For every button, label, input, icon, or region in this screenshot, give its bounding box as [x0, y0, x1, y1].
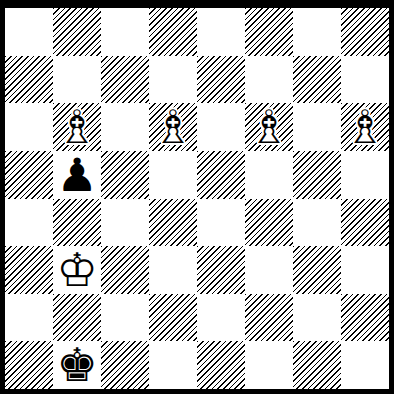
square-e5[interactable]: [197, 151, 245, 199]
square-d6[interactable]: ♝♗: [149, 103, 197, 151]
square-c6[interactable]: [101, 103, 149, 151]
square-a3[interactable]: [5, 246, 53, 294]
square-d4[interactable]: [149, 199, 197, 247]
square-h1[interactable]: [341, 341, 389, 389]
square-a4[interactable]: [5, 199, 53, 247]
square-h6[interactable]: ♝♗: [341, 103, 389, 151]
square-f1[interactable]: [245, 341, 293, 389]
square-a2[interactable]: [5, 294, 53, 342]
white-bishop-icon: ♗: [149, 103, 197, 151]
square-g8[interactable]: [293, 8, 341, 56]
square-a8[interactable]: [5, 8, 53, 56]
square-f7[interactable]: [245, 56, 293, 104]
chess-board-frame: ♝♗♝♗♝♗♝♗♟♟♚♔♚♚: [0, 0, 394, 394]
square-f2[interactable]: [245, 294, 293, 342]
white-bishop-icon: ♗: [245, 103, 293, 151]
square-b1[interactable]: ♚♚: [53, 341, 101, 389]
square-g2[interactable]: [293, 294, 341, 342]
square-b7[interactable]: [53, 56, 101, 104]
square-b3[interactable]: ♚♔: [53, 246, 101, 294]
square-b8[interactable]: [53, 8, 101, 56]
square-e7[interactable]: [197, 56, 245, 104]
square-g5[interactable]: [293, 151, 341, 199]
square-d1[interactable]: [149, 341, 197, 389]
square-c1[interactable]: [101, 341, 149, 389]
chess-board: ♝♗♝♗♝♗♝♗♟♟♚♔♚♚: [5, 8, 389, 389]
square-h5[interactable]: [341, 151, 389, 199]
square-g3[interactable]: [293, 246, 341, 294]
piece-white-bishop-h6[interactable]: ♝♗: [341, 103, 389, 151]
piece-white-bishop-d6[interactable]: ♝♗: [149, 103, 197, 151]
square-e6[interactable]: [197, 103, 245, 151]
square-h2[interactable]: [341, 294, 389, 342]
square-d3[interactable]: [149, 246, 197, 294]
square-d8[interactable]: [149, 8, 197, 56]
square-b2[interactable]: [53, 294, 101, 342]
square-f5[interactable]: [245, 151, 293, 199]
square-h7[interactable]: [341, 56, 389, 104]
square-e3[interactable]: [197, 246, 245, 294]
piece-white-bishop-f6[interactable]: ♝♗: [245, 103, 293, 151]
white-king-icon: ♔: [53, 246, 101, 294]
square-b5[interactable]: ♟♟: [53, 151, 101, 199]
square-f8[interactable]: [245, 8, 293, 56]
square-f3[interactable]: [245, 246, 293, 294]
black-pawn-icon: ♟: [53, 151, 101, 199]
white-bishop-icon: ♗: [341, 103, 389, 151]
square-f6[interactable]: ♝♗: [245, 103, 293, 151]
square-g4[interactable]: [293, 199, 341, 247]
square-c2[interactable]: [101, 294, 149, 342]
square-f4[interactable]: [245, 199, 293, 247]
square-e1[interactable]: [197, 341, 245, 389]
white-bishop-icon: ♗: [53, 103, 101, 151]
square-b4[interactable]: [53, 199, 101, 247]
square-g7[interactable]: [293, 56, 341, 104]
black-king-icon: ♚: [53, 341, 101, 389]
square-c3[interactable]: [101, 246, 149, 294]
piece-white-bishop-b6[interactable]: ♝♗: [53, 103, 101, 151]
square-g6[interactable]: [293, 103, 341, 151]
square-a7[interactable]: [5, 56, 53, 104]
square-h4[interactable]: [341, 199, 389, 247]
piece-black-king-b1[interactable]: ♚♚: [53, 341, 101, 389]
square-e8[interactable]: [197, 8, 245, 56]
square-a5[interactable]: [5, 151, 53, 199]
square-a6[interactable]: [5, 103, 53, 151]
square-h8[interactable]: [341, 8, 389, 56]
square-d5[interactable]: [149, 151, 197, 199]
square-e4[interactable]: [197, 199, 245, 247]
square-d2[interactable]: [149, 294, 197, 342]
square-c8[interactable]: [101, 8, 149, 56]
square-g1[interactable]: [293, 341, 341, 389]
square-c4[interactable]: [101, 199, 149, 247]
square-b6[interactable]: ♝♗: [53, 103, 101, 151]
square-e2[interactable]: [197, 294, 245, 342]
square-d7[interactable]: [149, 56, 197, 104]
square-c5[interactable]: [101, 151, 149, 199]
square-h3[interactable]: [341, 246, 389, 294]
piece-black-pawn-b5[interactable]: ♟♟: [53, 151, 101, 199]
square-a1[interactable]: [5, 341, 53, 389]
piece-white-king-b3[interactable]: ♚♔: [53, 246, 101, 294]
square-c7[interactable]: [101, 56, 149, 104]
